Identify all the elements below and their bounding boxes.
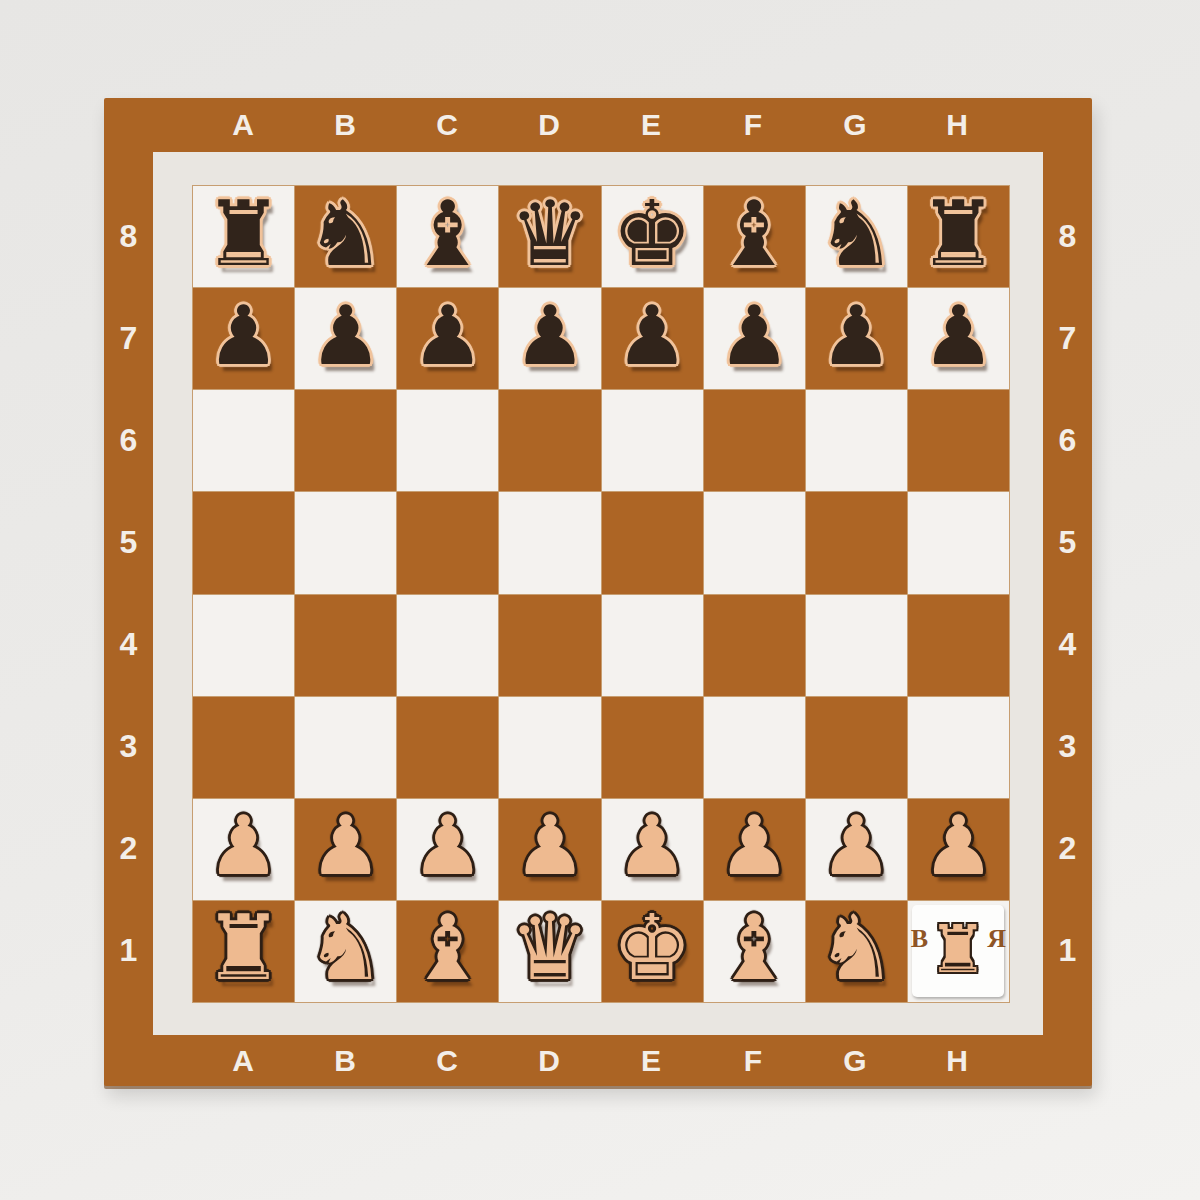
board-grid: ♜♞♝♛♚♝♞♜♟♟♟♟♟♟♟♟♟♟♟♟♟♟♟♟♜♞♝♛♚♝♞В♜Я [192, 185, 1010, 1003]
piece-black-knight[interactable]: ♞ [816, 189, 897, 279]
file-label-d: D [498, 98, 600, 152]
file-label-c: C [396, 98, 498, 152]
square-d5[interactable] [499, 492, 600, 593]
piece-black-rook[interactable]: ♜ [203, 189, 284, 279]
rank-label-2: 2 [1043, 797, 1092, 899]
square-h2[interactable]: ♟ [908, 799, 1009, 900]
square-a1[interactable]: ♜ [193, 901, 294, 1002]
square-f6[interactable] [704, 390, 805, 491]
rank-label-5: 5 [1043, 491, 1092, 593]
rank-label-3: 3 [1043, 695, 1092, 797]
square-a3[interactable] [193, 697, 294, 798]
square-c5[interactable] [397, 492, 498, 593]
square-c1[interactable]: ♝ [397, 901, 498, 1002]
piece-black-bishop[interactable]: ♝ [407, 189, 488, 279]
square-d2[interactable]: ♟ [499, 799, 600, 900]
square-b5[interactable] [295, 492, 396, 593]
square-h4[interactable] [908, 595, 1009, 696]
square-d8[interactable]: ♛ [499, 186, 600, 287]
piece-black-pawn[interactable]: ♟ [922, 295, 996, 377]
square-g7[interactable]: ♟ [806, 288, 907, 389]
piece-black-queen[interactable]: ♛ [510, 189, 591, 279]
file-label-h: H [906, 1035, 1008, 1086]
rank-label-8: 8 [104, 185, 153, 287]
square-f4[interactable] [704, 595, 805, 696]
logo-letter-left: В [911, 924, 928, 954]
file-label-e: E [600, 98, 702, 152]
piece-black-pawn[interactable]: ♟ [207, 295, 281, 377]
chess-board: ABCDEFGH ABCDEFGH 87654321 87654321 ♜♞♝♛… [104, 98, 1092, 1086]
rank-label-6: 6 [1043, 389, 1092, 491]
piece-white-king[interactable]: ♚ [612, 903, 693, 993]
piece-white-knight[interactable]: ♞ [816, 903, 897, 993]
file-label-g: G [804, 1035, 906, 1086]
square-b2[interactable]: ♟ [295, 799, 396, 900]
square-c8[interactable]: ♝ [397, 186, 498, 287]
square-b7[interactable]: ♟ [295, 288, 396, 389]
file-label-b: B [294, 1035, 396, 1086]
square-c6[interactable] [397, 390, 498, 491]
piece-black-pawn[interactable]: ♟ [513, 295, 587, 377]
square-h7[interactable]: ♟ [908, 288, 1009, 389]
rank-label-4: 4 [1043, 593, 1092, 695]
square-b8[interactable]: ♞ [295, 186, 396, 287]
square-b3[interactable] [295, 697, 396, 798]
piece-white-pawn[interactable]: ♟ [717, 805, 791, 887]
piece-white-rook: ♜ [928, 917, 987, 983]
piece-black-rook[interactable]: ♜ [918, 189, 999, 279]
square-g6[interactable] [806, 390, 907, 491]
square-e8[interactable]: ♚ [602, 186, 703, 287]
square-f1[interactable]: ♝ [704, 901, 805, 1002]
piece-black-pawn[interactable]: ♟ [717, 295, 791, 377]
square-f2[interactable]: ♟ [704, 799, 805, 900]
piece-black-bishop[interactable]: ♝ [714, 189, 795, 279]
square-e3[interactable] [602, 697, 703, 798]
file-label-a: A [192, 98, 294, 152]
square-d7[interactable]: ♟ [499, 288, 600, 389]
rank-label-7: 7 [1043, 287, 1092, 389]
piece-white-knight[interactable]: ♞ [305, 903, 386, 993]
square-e1[interactable]: ♚ [602, 901, 703, 1002]
square-c3[interactable] [397, 697, 498, 798]
piece-white-bishop[interactable]: ♝ [714, 903, 795, 993]
piece-white-pawn[interactable]: ♟ [309, 805, 383, 887]
square-d1[interactable]: ♛ [499, 901, 600, 1002]
square-c2[interactable]: ♟ [397, 799, 498, 900]
square-d4[interactable] [499, 595, 600, 696]
square-a2[interactable]: ♟ [193, 799, 294, 900]
file-labels-top: ABCDEFGH [192, 98, 1008, 152]
square-e5[interactable] [602, 492, 703, 593]
rank-label-1: 1 [104, 899, 153, 1001]
piece-white-bishop[interactable]: ♝ [407, 903, 488, 993]
square-a7[interactable]: ♟ [193, 288, 294, 389]
piece-white-pawn[interactable]: ♟ [513, 805, 587, 887]
square-f3[interactable] [704, 697, 805, 798]
piece-black-pawn[interactable]: ♟ [309, 295, 383, 377]
square-g2[interactable]: ♟ [806, 799, 907, 900]
square-f7[interactable]: ♟ [704, 288, 805, 389]
square-d3[interactable] [499, 697, 600, 798]
piece-black-knight[interactable]: ♞ [305, 189, 386, 279]
piece-black-pawn[interactable]: ♟ [411, 295, 485, 377]
rank-labels-right: 87654321 [1043, 185, 1092, 1001]
square-g8[interactable]: ♞ [806, 186, 907, 287]
square-b1[interactable]: ♞ [295, 901, 396, 1002]
square-e7[interactable]: ♟ [602, 288, 703, 389]
file-label-e: E [600, 1035, 702, 1086]
file-label-g: G [804, 98, 906, 152]
file-labels-bottom: ABCDEFGH [192, 1035, 1008, 1086]
rank-label-4: 4 [104, 593, 153, 695]
rank-label-3: 3 [104, 695, 153, 797]
piece-white-pawn[interactable]: ♟ [207, 805, 281, 887]
piece-white-pawn[interactable]: ♟ [615, 805, 689, 887]
square-h5[interactable] [908, 492, 1009, 593]
rank-labels-left: 87654321 [104, 185, 153, 1001]
file-label-f: F [702, 98, 804, 152]
square-c7[interactable]: ♟ [397, 288, 498, 389]
square-g4[interactable] [806, 595, 907, 696]
square-h6[interactable] [908, 390, 1009, 491]
piece-white-queen[interactable]: ♛ [510, 903, 591, 993]
piece-black-pawn[interactable]: ♟ [820, 295, 894, 377]
square-b4[interactable] [295, 595, 396, 696]
logo-letter-right: Я [987, 924, 1006, 954]
square-e6[interactable] [602, 390, 703, 491]
rank-label-6: 6 [104, 389, 153, 491]
file-label-f: F [702, 1035, 804, 1086]
square-g3[interactable] [806, 697, 907, 798]
square-h1[interactable]: В♜Я [908, 901, 1009, 1002]
square-f5[interactable] [704, 492, 805, 593]
logo-rook-tile[interactable]: В♜Я [912, 905, 1004, 997]
square-d6[interactable] [499, 390, 600, 491]
rank-label-5: 5 [104, 491, 153, 593]
square-a4[interactable] [193, 595, 294, 696]
piece-white-rook[interactable]: ♜ [203, 903, 284, 993]
file-label-h: H [906, 98, 1008, 152]
square-e4[interactable] [602, 595, 703, 696]
square-g5[interactable] [806, 492, 907, 593]
piece-white-pawn[interactable]: ♟ [922, 805, 996, 887]
square-b6[interactable] [295, 390, 396, 491]
rank-label-7: 7 [104, 287, 153, 389]
piece-white-pawn[interactable]: ♟ [820, 805, 894, 887]
square-h3[interactable] [908, 697, 1009, 798]
square-e2[interactable]: ♟ [602, 799, 703, 900]
square-h8[interactable]: ♜ [908, 186, 1009, 287]
file-label-b: B [294, 98, 396, 152]
rank-label-2: 2 [104, 797, 153, 899]
square-f8[interactable]: ♝ [704, 186, 805, 287]
square-a8[interactable]: ♜ [193, 186, 294, 287]
rank-label-1: 1 [1043, 899, 1092, 1001]
piece-black-pawn[interactable]: ♟ [615, 295, 689, 377]
square-c4[interactable] [397, 595, 498, 696]
rank-label-8: 8 [1043, 185, 1092, 287]
piece-white-pawn[interactable]: ♟ [411, 805, 485, 887]
square-g1[interactable]: ♞ [806, 901, 907, 1002]
piece-black-king[interactable]: ♚ [612, 189, 693, 279]
file-label-a: A [192, 1035, 294, 1086]
file-label-d: D [498, 1035, 600, 1086]
square-a5[interactable] [193, 492, 294, 593]
square-a6[interactable] [193, 390, 294, 491]
file-label-c: C [396, 1035, 498, 1086]
